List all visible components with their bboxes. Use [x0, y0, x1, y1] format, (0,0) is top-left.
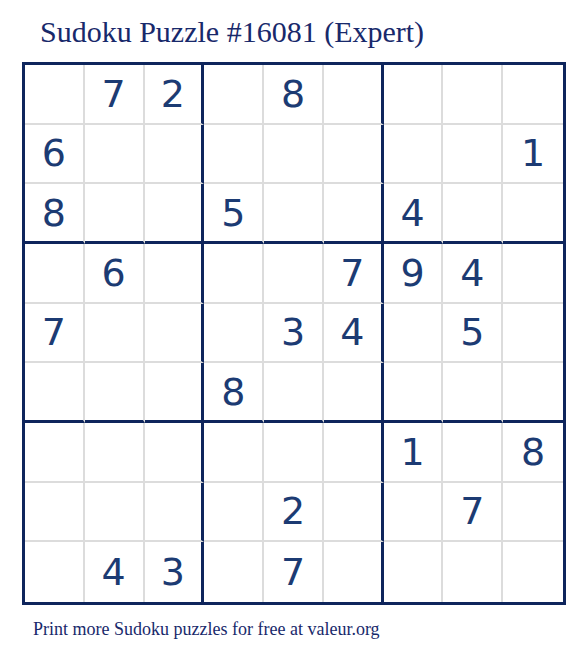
cell-r1c2: 7 [85, 65, 145, 125]
cell-r2c7 [384, 125, 444, 185]
cell-r5c4 [204, 304, 264, 364]
cell-r4c6: 7 [324, 244, 384, 304]
cell-r4c7: 9 [384, 244, 444, 304]
cell-r9c1 [25, 542, 85, 602]
cell-r9c8 [443, 542, 503, 602]
cell-r8c5: 2 [264, 483, 324, 543]
cell-r8c2 [85, 483, 145, 543]
cell-r4c5 [264, 244, 324, 304]
cell-r1c6 [324, 65, 384, 125]
cell-r4c1 [25, 244, 85, 304]
cell-r5c9 [503, 304, 563, 364]
cell-r3c2 [85, 184, 145, 244]
cell-r4c2: 6 [85, 244, 145, 304]
cell-r3c4: 5 [204, 184, 264, 244]
cell-r1c3: 2 [145, 65, 205, 125]
cell-r2c5 [264, 125, 324, 185]
sudoku-page: Sudoku Puzzle #16081 (Expert) 7286185467… [0, 0, 580, 651]
cell-r6c3 [145, 363, 205, 423]
cell-r8c4 [204, 483, 264, 543]
cell-r1c8 [443, 65, 503, 125]
cell-r2c1: 6 [25, 125, 85, 185]
cell-r5c3 [145, 304, 205, 364]
cell-r2c9: 1 [503, 125, 563, 185]
cell-r7c5 [264, 423, 324, 483]
cell-r8c9 [503, 483, 563, 543]
cell-r3c1: 8 [25, 184, 85, 244]
footer-text: Print more Sudoku puzzles for free at va… [33, 619, 380, 640]
cell-r9c2: 4 [85, 542, 145, 602]
cell-r2c2 [85, 125, 145, 185]
cell-r1c4 [204, 65, 264, 125]
cell-r4c4 [204, 244, 264, 304]
cell-r6c9 [503, 363, 563, 423]
cell-r1c9 [503, 65, 563, 125]
cell-r7c8 [443, 423, 503, 483]
cell-r6c7 [384, 363, 444, 423]
cell-r5c5: 3 [264, 304, 324, 364]
cell-r7c6 [324, 423, 384, 483]
cell-r6c6 [324, 363, 384, 423]
cell-r8c3 [145, 483, 205, 543]
cell-r8c6 [324, 483, 384, 543]
cell-r6c8 [443, 363, 503, 423]
cell-r9c6 [324, 542, 384, 602]
cell-r5c7 [384, 304, 444, 364]
page-title: Sudoku Puzzle #16081 (Expert) [40, 15, 424, 49]
cell-r3c6 [324, 184, 384, 244]
cell-r3c9 [503, 184, 563, 244]
cell-r5c1: 7 [25, 304, 85, 364]
cell-r9c7 [384, 542, 444, 602]
cell-r6c1 [25, 363, 85, 423]
cell-r6c4: 8 [204, 363, 264, 423]
cell-r6c5 [264, 363, 324, 423]
cell-r7c3 [145, 423, 205, 483]
cell-r8c1 [25, 483, 85, 543]
cell-r5c6: 4 [324, 304, 384, 364]
cell-r3c3 [145, 184, 205, 244]
cell-r7c1 [25, 423, 85, 483]
sudoku-board: 728618546794734581827437 [22, 62, 566, 605]
cell-r9c3: 3 [145, 542, 205, 602]
cell-r7c7: 1 [384, 423, 444, 483]
cell-r3c8 [443, 184, 503, 244]
cell-r2c4 [204, 125, 264, 185]
cell-r2c3 [145, 125, 205, 185]
cell-r9c4 [204, 542, 264, 602]
cell-r8c7 [384, 483, 444, 543]
cell-r1c1 [25, 65, 85, 125]
cell-r7c2 [85, 423, 145, 483]
cell-r6c2 [85, 363, 145, 423]
cell-r4c3 [145, 244, 205, 304]
cell-r4c9 [503, 244, 563, 304]
cell-r9c5: 7 [264, 542, 324, 602]
cell-r2c6 [324, 125, 384, 185]
cell-r7c9: 8 [503, 423, 563, 483]
cell-r5c8: 5 [443, 304, 503, 364]
cell-r7c4 [204, 423, 264, 483]
cell-r8c8: 7 [443, 483, 503, 543]
cell-r4c8: 4 [443, 244, 503, 304]
cell-r3c7: 4 [384, 184, 444, 244]
cell-r1c7 [384, 65, 444, 125]
cell-r2c8 [443, 125, 503, 185]
cell-r5c2 [85, 304, 145, 364]
cell-r3c5 [264, 184, 324, 244]
cell-r9c9 [503, 542, 563, 602]
cell-r1c5: 8 [264, 65, 324, 125]
